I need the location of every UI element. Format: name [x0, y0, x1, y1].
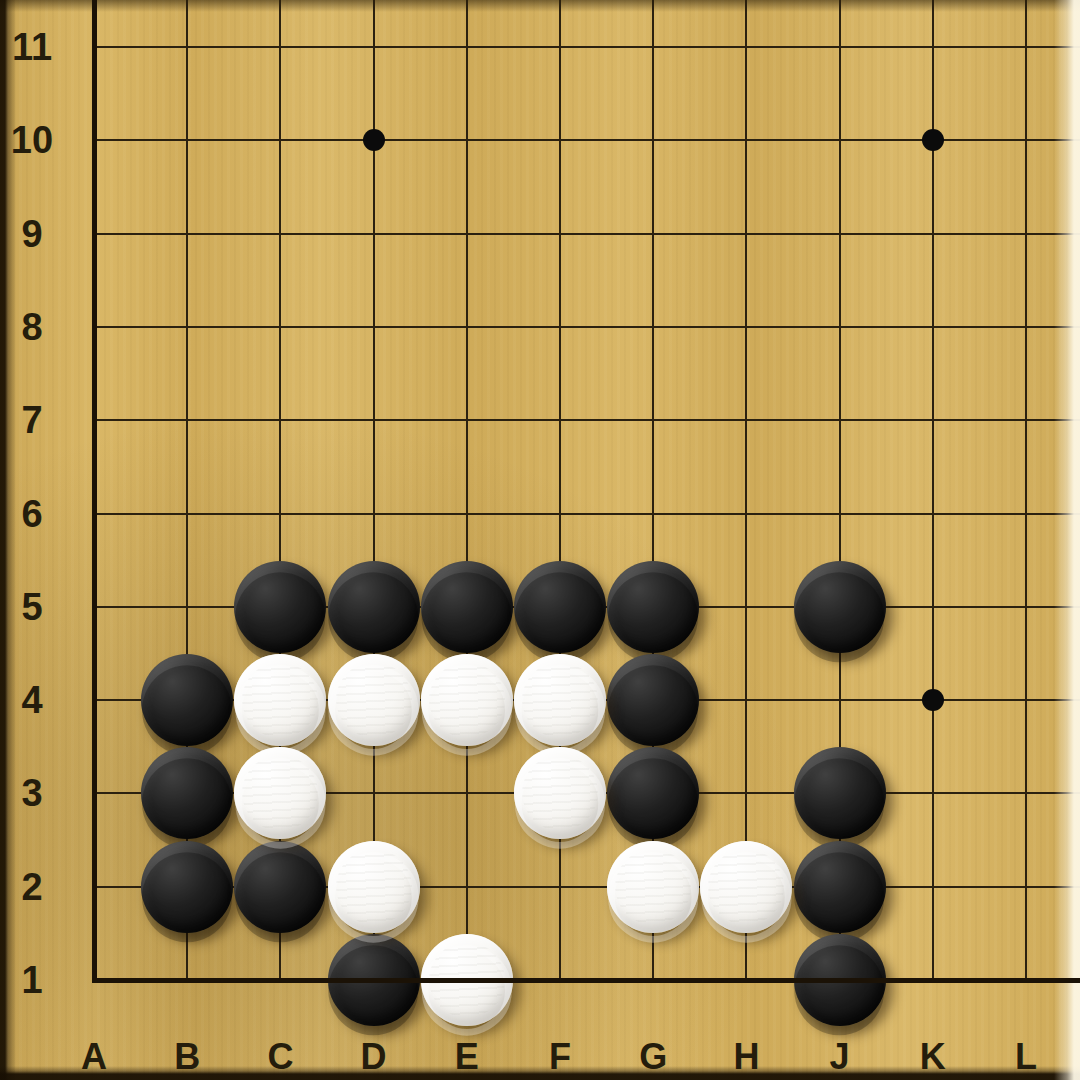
row-label-11: 11 [0, 22, 64, 72]
row-label-7: 7 [0, 395, 64, 445]
white-stone-C3[interactable]: ○ [234, 747, 326, 839]
white-stone-F3[interactable]: ○ [514, 747, 606, 839]
col-label-B: B [155, 1035, 219, 1079]
stone-glyph: ○ [229, 747, 332, 839]
stone-glyph: ○ [415, 654, 518, 746]
row-label-9: 9 [0, 209, 64, 259]
star-point-K4 [922, 689, 944, 711]
row-label-3: 3 [0, 768, 64, 818]
white-stone-E4[interactable]: ○ [421, 654, 513, 746]
stone-glyph: ● [788, 561, 891, 653]
stone-glyph: ○ [322, 654, 425, 746]
black-stone-J5[interactable]: ● [794, 561, 886, 653]
row-label-6: 6 [0, 489, 64, 539]
grid-line-row-7 [92, 419, 1080, 421]
stone-glyph: ● [788, 934, 891, 1026]
white-stone-G2[interactable]: ○ [607, 841, 699, 933]
star-point-D10 [363, 129, 385, 151]
white-stone-D4[interactable]: ○ [328, 654, 420, 746]
white-stone-D2[interactable]: ○ [328, 841, 420, 933]
stone-glyph: ○ [602, 841, 705, 933]
stone-glyph: ○ [322, 841, 425, 933]
grid-line-row-8 [92, 326, 1080, 328]
col-label-C: C [248, 1035, 312, 1079]
col-label-F: F [528, 1035, 592, 1079]
row-label-2: 2 [0, 862, 64, 912]
grid-line-row-9 [92, 233, 1080, 235]
row-label-8: 8 [0, 302, 64, 352]
grid-line-row-11 [92, 46, 1080, 48]
col-label-H: H [714, 1035, 778, 1079]
black-stone-J1[interactable]: ● [794, 934, 886, 1026]
row-label-10: 10 [0, 115, 64, 165]
go-board[interactable]: 1110987654321ABCDEFGHJKL●●●●●●●●●●●●●●●●… [0, 0, 1080, 1080]
stone-glyph: ○ [695, 841, 798, 933]
col-label-A: A [62, 1035, 126, 1079]
row-label-5: 5 [0, 582, 64, 632]
board-right-highlight [1054, 0, 1080, 1080]
white-stone-E1[interactable]: ○ [421, 934, 513, 1026]
row-label-1: 1 [0, 955, 64, 1005]
grid-line-col-L [1025, 0, 1027, 983]
star-point-K10 [922, 129, 944, 151]
col-label-K: K [901, 1035, 965, 1079]
stone-glyph: ○ [415, 934, 518, 1026]
col-label-G: G [621, 1035, 685, 1079]
stone-glyph: ○ [509, 747, 612, 839]
black-stone-B2[interactable]: ● [141, 841, 233, 933]
grid-line-col-A [92, 0, 97, 983]
stone-glyph: ● [136, 841, 239, 933]
grid-line-row-6 [92, 513, 1080, 515]
row-label-4: 4 [0, 675, 64, 725]
grid-line-col-E [466, 0, 468, 983]
board-top-shadow [0, 0, 1080, 12]
white-stone-H2[interactable]: ○ [700, 841, 792, 933]
col-label-L: L [994, 1035, 1058, 1079]
